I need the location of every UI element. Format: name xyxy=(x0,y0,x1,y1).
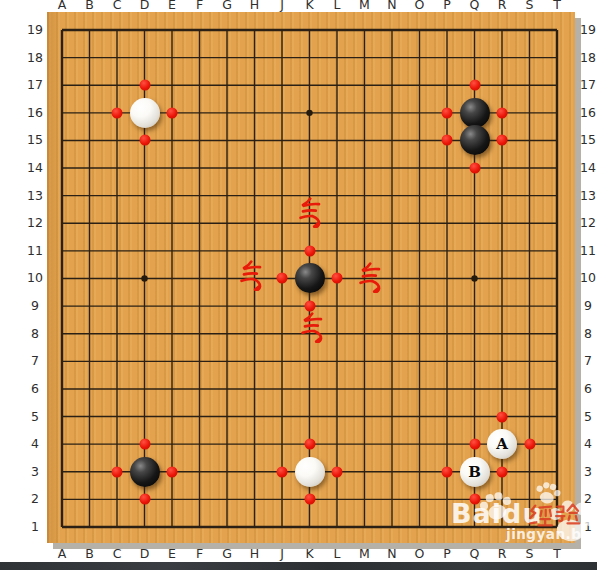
coord-letter-top-S: S xyxy=(526,0,534,12)
coord-letter-bottom-B: B xyxy=(85,547,94,561)
coord-number-right-6: 6 xyxy=(584,382,592,396)
coord-number-right-2: 2 xyxy=(584,492,592,506)
coord-letter-top-P: P xyxy=(443,0,451,12)
coord-letter-top-K: K xyxy=(305,0,313,12)
liberty-labels-layer xyxy=(47,12,575,543)
coord-number-right-19: 19 xyxy=(580,23,596,37)
coord-letter-top-A: A xyxy=(58,0,67,12)
coord-letter-bottom-T: T xyxy=(553,547,561,561)
coord-number-left-3: 3 xyxy=(31,465,39,479)
coord-number-left-1: 1 xyxy=(31,520,39,534)
coord-number-left-10: 10 xyxy=(27,271,43,285)
coord-number-left-16: 16 xyxy=(27,106,43,120)
qi-character-3 xyxy=(357,262,385,294)
coord-letter-bottom-L: L xyxy=(334,547,341,561)
qi-character-4 xyxy=(299,312,327,344)
coord-letter-top-E: E xyxy=(168,0,176,12)
qi-character-1 xyxy=(297,197,325,229)
go-board: AB xyxy=(47,12,575,543)
coord-number-left-12: 12 xyxy=(27,216,43,230)
coord-number-right-3: 3 xyxy=(584,465,592,479)
coord-number-right-16: 16 xyxy=(580,106,596,120)
qi-character-2 xyxy=(238,260,266,292)
coord-number-left-5: 5 xyxy=(31,410,39,424)
coord-letter-top-M: M xyxy=(359,0,370,12)
coord-letter-top-N: N xyxy=(387,0,396,12)
coord-letter-top-G: G xyxy=(222,0,232,12)
coord-number-left-19: 19 xyxy=(27,23,43,37)
coord-number-right-10: 10 xyxy=(580,271,596,285)
coord-letter-bottom-D: D xyxy=(140,547,150,561)
coord-letter-top-C: C xyxy=(113,0,122,12)
coord-number-left-4: 4 xyxy=(31,437,39,451)
coord-letter-bottom-G: G xyxy=(222,547,232,561)
coord-letter-bottom-N: N xyxy=(387,547,396,561)
coord-number-left-6: 6 xyxy=(31,382,39,396)
coord-number-right-14: 14 xyxy=(580,161,596,175)
coord-number-left-13: 13 xyxy=(27,189,43,203)
coord-number-right-9: 9 xyxy=(584,299,592,313)
coord-number-left-11: 11 xyxy=(27,244,43,258)
coord-letter-bottom-E: E xyxy=(168,547,176,561)
coord-number-right-1: 1 xyxy=(584,520,592,534)
coord-number-left-15: 15 xyxy=(27,133,43,147)
coord-letter-bottom-Q: Q xyxy=(470,547,480,561)
coord-number-right-5: 5 xyxy=(584,410,592,424)
coord-number-left-7: 7 xyxy=(31,354,39,368)
coord-letter-top-L: L xyxy=(334,0,341,12)
coord-letter-bottom-H: H xyxy=(250,547,259,561)
coord-letter-top-F: F xyxy=(196,0,203,12)
coord-letter-top-B: B xyxy=(85,0,94,12)
coord-number-right-17: 17 xyxy=(580,78,596,92)
coord-letter-bottom-C: C xyxy=(113,547,122,561)
coord-number-right-7: 7 xyxy=(584,354,592,368)
coord-letter-top-R: R xyxy=(498,0,507,12)
coord-number-right-13: 13 xyxy=(580,189,596,203)
coord-letter-top-J: J xyxy=(280,0,284,12)
coord-number-right-4: 4 xyxy=(584,437,592,451)
coord-letter-bottom-M: M xyxy=(359,547,370,561)
coord-number-right-11: 11 xyxy=(580,244,596,258)
coord-number-left-2: 2 xyxy=(31,492,39,506)
coord-number-right-15: 15 xyxy=(580,133,596,147)
coord-number-left-8: 8 xyxy=(31,327,39,341)
screenshot-root: AB AABBCCDDEEFFGGHHJJKKLLMMNNOOPPQQRRSST… xyxy=(0,0,597,570)
coord-letter-bottom-J: J xyxy=(280,547,284,561)
coord-number-left-9: 9 xyxy=(31,299,39,313)
coord-letter-top-O: O xyxy=(415,0,425,12)
coord-number-left-14: 14 xyxy=(27,161,43,175)
coord-letter-top-H: H xyxy=(250,0,259,12)
coord-letter-top-D: D xyxy=(140,0,150,12)
coord-letter-bottom-F: F xyxy=(196,547,203,561)
coord-number-left-18: 18 xyxy=(27,51,43,65)
coord-letter-bottom-P: P xyxy=(443,547,451,561)
coord-number-left-17: 17 xyxy=(27,78,43,92)
bottom-dark-band xyxy=(0,562,597,570)
coord-letter-top-Q: Q xyxy=(470,0,480,12)
coord-letter-top-T: T xyxy=(553,0,561,12)
coord-number-right-12: 12 xyxy=(580,216,596,230)
coord-letter-bottom-S: S xyxy=(526,547,534,561)
coord-letter-bottom-O: O xyxy=(415,547,425,561)
coord-letter-bottom-K: K xyxy=(305,547,313,561)
coord-number-right-8: 8 xyxy=(584,327,592,341)
coord-letter-bottom-R: R xyxy=(498,547,507,561)
coord-number-right-18: 18 xyxy=(580,51,596,65)
coord-letter-bottom-A: A xyxy=(58,547,67,561)
